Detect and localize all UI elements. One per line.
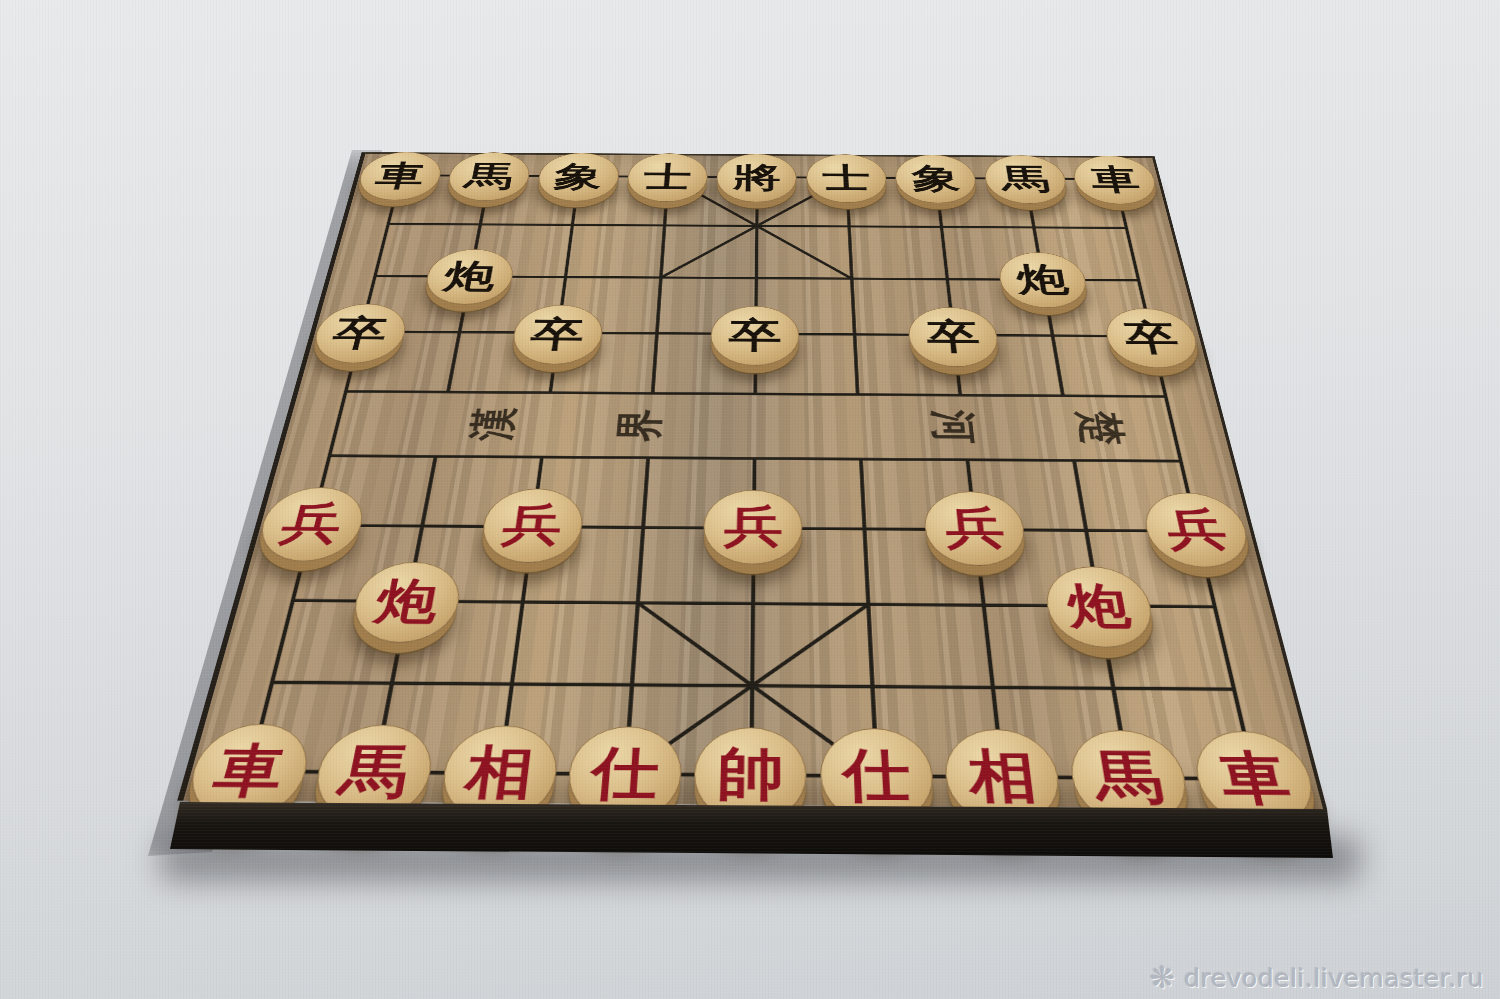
piece-red-soldier[interactable]: 兵 — [703, 490, 804, 565]
piece-black-chariot[interactable]: 車 — [1070, 155, 1161, 204]
piece-black-cannon[interactable]: 炮 — [996, 252, 1091, 308]
piece-red-soldier[interactable]: 兵 — [1139, 493, 1256, 568]
snowflake-icon: ❋ — [1150, 963, 1176, 993]
scene: 漢界河楚 車馬象士將士象馬車炮炮卒卒卒卒卒兵兵兵兵兵炮炮車馬相仕帥仕相馬車 ❋ … — [0, 0, 1500, 999]
piece-red-soldier[interactable]: 兵 — [922, 491, 1029, 566]
piece-grid: 車馬象士將士象馬車炮炮卒卒卒卒卒兵兵兵兵兵炮炮車馬相仕帥仕相馬車 — [173, 152, 1330, 828]
piece-red-cannon[interactable]: 炮 — [1041, 566, 1158, 648]
piece-black-soldier[interactable]: 卒 — [308, 304, 411, 364]
piece-red-cannon[interactable]: 炮 — [347, 562, 465, 643]
piece-red-soldier[interactable]: 兵 — [477, 488, 586, 563]
piece-red-soldier[interactable]: 兵 — [252, 487, 369, 562]
piece-black-soldier[interactable]: 卒 — [906, 307, 1001, 367]
piece-black-soldier[interactable]: 卒 — [509, 305, 605, 365]
piece-black-advisor[interactable]: 士 — [625, 153, 708, 202]
piece-black-advisor[interactable]: 士 — [806, 154, 888, 203]
piece-black-elephant[interactable]: 象 — [535, 153, 621, 202]
piece-black-cannon[interactable]: 炮 — [421, 249, 517, 305]
piece-black-chariot[interactable]: 車 — [354, 152, 446, 201]
piece-black-horse[interactable]: 馬 — [444, 152, 533, 201]
watermark-text: drevodeli.livemaster.ru — [1184, 964, 1484, 993]
watermark: ❋ drevodeli.livemaster.ru — [1150, 963, 1484, 993]
piece-black-soldier[interactable]: 卒 — [710, 306, 800, 366]
piece-black-elephant[interactable]: 象 — [894, 154, 979, 203]
piece-black-general[interactable]: 將 — [716, 154, 797, 203]
piece-black-horse[interactable]: 馬 — [982, 155, 1070, 204]
xiangqi-board: 漢界河楚 車馬象士將士象馬車炮炮卒卒卒卒卒兵兵兵兵兵炮炮車馬相仕帥仕相馬車 — [177, 152, 1327, 809]
piece-black-soldier[interactable]: 卒 — [1101, 308, 1204, 368]
